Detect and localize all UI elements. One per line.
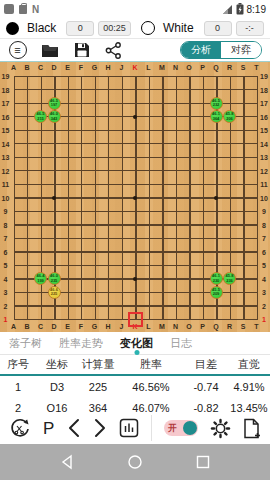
new-file-icon[interactable] xyxy=(243,418,261,439)
bag-icon xyxy=(19,5,27,14)
candidate-move-Q17[interactable]: 46.5232 xyxy=(210,97,223,110)
coord-letter-top: B xyxy=(24,64,29,71)
app-screen: N 8:19 Black 0 00:25 White 0 -:- ≡ xyxy=(0,0,270,480)
coord-letter-bottom: F xyxy=(79,323,83,330)
table-cell: 1 xyxy=(0,381,36,393)
coord-number-left: 15 xyxy=(2,127,10,134)
candidate-move-Q3[interactable]: 45.5209 xyxy=(210,286,223,299)
candidate-move-D17[interactable]: 46.5197 xyxy=(48,97,61,110)
coord-letter-bottom: J xyxy=(120,323,124,330)
white-clock: -:- xyxy=(236,21,264,36)
coord-number-left: 11 xyxy=(2,181,9,188)
coord-letter-bottom: D xyxy=(51,323,56,330)
next-move-icon[interactable] xyxy=(93,418,107,438)
table-cell: 225 xyxy=(78,381,118,393)
table-row[interactable]: 1D322546.56%-0.744.91% xyxy=(0,376,270,397)
coord-letter-bottom: S xyxy=(241,323,246,330)
coord-letter-top: J xyxy=(120,64,124,71)
coord-letter-bottom: O xyxy=(186,323,191,330)
coord-letter-top: D xyxy=(51,64,56,71)
coord-letter-bottom: T xyxy=(254,323,258,330)
coord-letter-top: A xyxy=(11,64,16,71)
coord-number-right: 19 xyxy=(260,73,268,80)
tab-落子树[interactable]: 落子树 xyxy=(9,333,42,353)
home-circle-icon[interactable] xyxy=(127,454,143,470)
coord-number-left: 19 xyxy=(2,73,10,80)
variation-table: 序号坐标计算量胜率目差直觉1D322546.56%-0.744.91%2Q163… xyxy=(0,355,270,418)
clock-time: 8:19 xyxy=(247,4,266,15)
coord-number-right: 15 xyxy=(260,127,268,134)
coord-letter-top: S xyxy=(241,64,246,71)
toolbar-divider xyxy=(151,415,152,441)
coord-number-left: 18 xyxy=(2,86,10,93)
table-cell: -0.74 xyxy=(184,381,228,393)
column-header: 胜率 xyxy=(118,357,184,372)
mode-analysis-button[interactable]: 分析 xyxy=(181,42,221,58)
white-stone-icon xyxy=(141,21,155,35)
coord-number-right: 10 xyxy=(260,194,268,201)
coord-letter-bottom: P xyxy=(200,323,205,330)
coord-letter-bottom: G xyxy=(92,323,97,330)
analysis-tabs: 落子树胜率走势变化图日志 xyxy=(0,332,270,355)
coord-number-left: 12 xyxy=(2,167,10,174)
coord-number-left: 8 xyxy=(4,221,8,228)
black-captures: 0 xyxy=(66,21,94,36)
toggle-on-label: 开 xyxy=(168,422,177,435)
coord-number-left: 4 xyxy=(4,275,8,282)
coord-letter-top: L xyxy=(146,64,150,71)
coord-letter-bottom: C xyxy=(38,323,43,330)
coord-number-left: 7 xyxy=(4,235,8,242)
go-board[interactable]: AABBCCDDEEFFGGHHJJKKLLMMNNOOPPQQRRSSTT19… xyxy=(0,62,270,332)
tab-变化图[interactable]: 变化图 xyxy=(120,333,153,353)
coord-letter-top: Q xyxy=(213,64,218,71)
coord-letter-top: E xyxy=(65,64,70,71)
android-nav-bar xyxy=(0,444,270,480)
tab-胜率走势[interactable]: 胜率走势 xyxy=(59,333,103,353)
column-header: 计算量 xyxy=(78,357,118,372)
coord-letter-bottom: A xyxy=(11,323,16,330)
share-icon[interactable] xyxy=(104,41,123,60)
coord-number-left: 2 xyxy=(4,302,8,309)
open-folder-icon[interactable] xyxy=(40,41,59,60)
candidate-move-D3[interactable]: 46.6225 xyxy=(48,286,61,299)
coord-number-left: 10 xyxy=(2,194,10,201)
coord-letter-top: G xyxy=(92,64,97,71)
tab-日志[interactable]: 日志 xyxy=(170,333,192,353)
player-bar: Black 0 00:25 White 0 -:- xyxy=(0,18,270,39)
coord-number-left: 13 xyxy=(2,154,10,161)
table-cell: 46.56% xyxy=(118,381,184,393)
coord-number-left: 17 xyxy=(2,100,10,107)
star-point xyxy=(133,196,137,200)
coord-number-left: 5 xyxy=(4,262,8,269)
back-triangle-icon[interactable] xyxy=(59,454,75,470)
white-player-label: White xyxy=(163,21,194,35)
coord-letter-bottom: H xyxy=(105,323,110,330)
candidate-move-Q4[interactable]: 46.1230 xyxy=(210,272,223,285)
coord-letter-top: F xyxy=(79,64,83,71)
column-header: 直觉 xyxy=(228,357,270,372)
candidate-move-C4[interactable]: 46.4199 xyxy=(34,272,47,285)
coord-letter-top: K xyxy=(132,64,137,71)
undo-cut-icon[interactable] xyxy=(9,417,31,439)
coord-number-right: 2 xyxy=(262,302,266,309)
coord-number-right: 9 xyxy=(262,208,266,215)
coord-letter-top: H xyxy=(105,64,110,71)
table-header-row: 序号坐标计算量胜率目差直觉 xyxy=(0,355,270,376)
column-header: 坐标 xyxy=(36,357,78,372)
lte-signal-icon xyxy=(222,4,233,15)
black-clock: 00:25 xyxy=(98,21,131,36)
table-cell: D3 xyxy=(36,381,78,393)
status-bar: N 8:19 xyxy=(0,0,270,18)
coord-letter-top: C xyxy=(38,64,43,71)
candidate-move-R4[interactable]: 45.8236 xyxy=(223,272,236,285)
coord-number-right: 17 xyxy=(260,100,268,107)
coord-number-left: 1 xyxy=(4,316,8,323)
candidate-move-D16[interactable]: 46.0343 xyxy=(48,110,61,123)
coord-number-right: 12 xyxy=(260,167,268,174)
coord-letter-bottom: Q xyxy=(213,323,218,330)
coord-letter-top: T xyxy=(254,64,258,71)
coord-letter-bottom: B xyxy=(24,323,29,330)
notification-square-icon xyxy=(4,4,14,14)
nfc-n-icon: N xyxy=(32,4,39,15)
coord-letter-top: P xyxy=(200,64,205,71)
coord-number-right: 14 xyxy=(260,140,268,147)
coord-number-right: 16 xyxy=(260,113,268,120)
coord-letter-bottom: E xyxy=(65,323,70,330)
top-toolbar: ≡ 分析 对弈 xyxy=(0,39,270,62)
candidate-move-R16[interactable]: 45.8206 xyxy=(223,110,236,123)
table-cell: 4.91% xyxy=(228,381,270,393)
coord-number-left: 6 xyxy=(4,248,8,255)
coord-number-left: 9 xyxy=(4,208,8,215)
coord-letter-top: N xyxy=(173,64,178,71)
pass-p-icon[interactable]: P xyxy=(43,420,54,437)
column-header: 序号 xyxy=(0,357,36,372)
coord-number-right: 3 xyxy=(262,289,266,296)
coord-letter-bottom: L xyxy=(146,323,150,330)
coord-number-right: 7 xyxy=(262,235,266,242)
candidate-move-C16[interactable]: 46.5215 xyxy=(34,110,47,123)
coord-number-right: 13 xyxy=(260,154,268,161)
save-icon[interactable] xyxy=(72,41,91,60)
coord-number-right: 1 xyxy=(262,316,266,323)
coord-letter-bottom: M xyxy=(159,323,165,330)
star-point xyxy=(133,277,137,281)
black-player-label: Black xyxy=(27,21,56,35)
coord-number-right: 4 xyxy=(262,275,266,282)
last-move-marker xyxy=(128,312,143,327)
star-point xyxy=(133,115,137,119)
analysis-toggle[interactable]: 开 xyxy=(164,420,198,436)
recents-square-icon[interactable] xyxy=(195,454,211,470)
coord-number-right: 11 xyxy=(260,181,267,188)
star-point xyxy=(52,196,56,200)
coord-number-right: 8 xyxy=(262,221,266,228)
column-header: 目差 xyxy=(184,357,228,372)
prev-move-icon[interactable] xyxy=(67,418,81,438)
coord-number-right: 5 xyxy=(262,262,266,269)
coord-number-left: 16 xyxy=(2,113,10,120)
coord-number-left: 3 xyxy=(4,289,8,296)
coord-letter-top: O xyxy=(186,64,191,71)
mode-play-button[interactable]: 对弈 xyxy=(221,42,261,58)
star-point xyxy=(214,196,218,200)
coord-letter-bottom: R xyxy=(227,323,232,330)
settings-gear-icon[interactable] xyxy=(210,418,231,439)
coord-number-right: 18 xyxy=(260,86,268,93)
chart-icon[interactable] xyxy=(119,418,139,438)
bottom-toolbar: P 开 xyxy=(0,412,270,444)
coord-letter-top: M xyxy=(159,64,165,71)
candidate-move-D4[interactable]: 46.0235 xyxy=(48,272,61,285)
candidate-move-Q16[interactable]: 46.1364 xyxy=(210,110,223,123)
mode-switch: 分析 对弈 xyxy=(180,41,262,59)
coord-letter-bottom: N xyxy=(173,323,178,330)
black-stone-icon xyxy=(6,22,19,35)
white-captures: 0 xyxy=(204,21,232,36)
menu-icon[interactable]: ≡ xyxy=(8,41,27,60)
coord-number-left: 14 xyxy=(2,140,10,147)
battery-charging-icon xyxy=(236,3,244,15)
coord-number-right: 6 xyxy=(262,248,266,255)
coord-letter-top: R xyxy=(227,64,232,71)
toggle-knob xyxy=(183,421,197,435)
